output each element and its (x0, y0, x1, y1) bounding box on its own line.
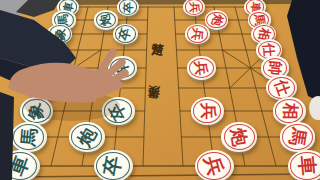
fingers (98, 52, 125, 92)
xiangqi-photo-scene: 楚河 漢界 車馬象士將士象馬車炮炮卒卒卒卒卒兵兵兵兵兵炮炮車馬相仕帥仕相馬車 (0, 0, 320, 180)
player-hand-arm (0, 0, 320, 180)
sleeve-bottom-left (0, 92, 14, 180)
